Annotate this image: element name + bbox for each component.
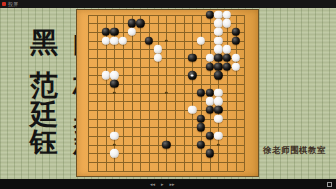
fullscreen-icon[interactable] bbox=[327, 182, 332, 187]
cast-app-icon bbox=[2, 2, 6, 6]
black-player-name-char-2: 廷 bbox=[27, 100, 61, 129]
forward-button[interactable]: ▸▸ bbox=[170, 181, 175, 187]
playback-controls: ◂◂ ▸ ▸▸ bbox=[150, 181, 175, 187]
go-board[interactable] bbox=[76, 9, 259, 177]
rewind-button[interactable]: ◂◂ bbox=[150, 181, 155, 187]
classroom-caption: 徐老师围棋教室 bbox=[263, 146, 326, 155]
window-title: 投屏 bbox=[8, 2, 18, 7]
black-player-name-char-1: 范 bbox=[27, 71, 61, 100]
title-bar: 投屏 bbox=[0, 0, 336, 8]
video-player-window: 投屏 黑 白 范 廷 钰 杨 鼎 新 徐老师围棋教室 ◂◂ ▸ ▸▸ bbox=[0, 0, 336, 189]
play-button[interactable]: ▸ bbox=[161, 181, 164, 187]
black-player-name-char-3: 钰 bbox=[27, 128, 61, 157]
black-player-label: 黑 bbox=[27, 28, 61, 57]
